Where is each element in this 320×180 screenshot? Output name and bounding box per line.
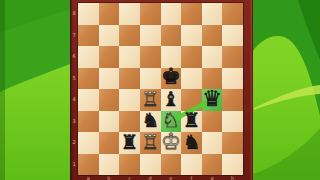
square-b6[interactable] xyxy=(99,46,120,68)
rank-labels: 87654321 xyxy=(71,3,77,175)
square-g1[interactable] xyxy=(202,154,223,176)
square-g8[interactable] xyxy=(202,3,223,25)
square-a5[interactable] xyxy=(78,68,99,90)
square-b3[interactable] xyxy=(99,111,120,133)
square-f7[interactable] xyxy=(181,25,202,47)
square-h2[interactable] xyxy=(222,132,243,154)
square-c4[interactable] xyxy=(119,89,140,111)
file-label-b: b xyxy=(99,175,120,180)
square-g6[interactable] xyxy=(202,46,223,68)
square-e7[interactable] xyxy=(161,25,182,47)
piece-black-rook: ♜ xyxy=(182,110,200,130)
square-h7[interactable] xyxy=(222,25,243,47)
square-h5[interactable] xyxy=(222,68,243,90)
square-g3[interactable] xyxy=(202,111,223,133)
square-f6[interactable] xyxy=(181,46,202,68)
square-d7[interactable] xyxy=(140,25,161,47)
piece-white-rook: ♖ xyxy=(141,132,159,152)
rank-label-3: 3 xyxy=(71,111,77,133)
square-a1[interactable] xyxy=(78,154,99,176)
square-h4[interactable] xyxy=(222,89,243,111)
chessboard-frame: 87654321 abcdefgh ♚♖♝♛♞♘♜♜♖♔♞ xyxy=(70,0,253,180)
rank-label-4: 4 xyxy=(71,89,77,111)
square-b1[interactable] xyxy=(99,154,120,176)
square-g7[interactable] xyxy=(202,25,223,47)
square-f3[interactable]: ♜ xyxy=(181,111,202,133)
square-d1[interactable] xyxy=(140,154,161,176)
square-b2[interactable] xyxy=(99,132,120,154)
rank-label-1: 1 xyxy=(71,154,77,176)
square-c8[interactable] xyxy=(119,3,140,25)
rank-label-6: 6 xyxy=(71,46,77,68)
file-label-d: d xyxy=(140,175,161,180)
file-label-a: a xyxy=(78,175,99,180)
square-d5[interactable] xyxy=(140,68,161,90)
square-a4[interactable] xyxy=(78,89,99,111)
square-f8[interactable] xyxy=(181,3,202,25)
square-b4[interactable] xyxy=(99,89,120,111)
file-label-c: c xyxy=(119,175,140,180)
square-f2[interactable]: ♞ xyxy=(181,132,202,154)
rank-label-7: 7 xyxy=(71,25,77,47)
piece-white-king: ♔ xyxy=(161,131,181,153)
square-c5[interactable] xyxy=(119,68,140,90)
square-e8[interactable] xyxy=(161,3,182,25)
rank-label-8: 8 xyxy=(71,3,77,25)
piece-black-knight: ♞ xyxy=(141,110,159,130)
square-e5[interactable]: ♚ xyxy=(161,68,182,90)
square-b8[interactable] xyxy=(99,3,120,25)
file-label-h: h xyxy=(222,175,243,180)
file-label-f: f xyxy=(181,175,202,180)
square-b5[interactable] xyxy=(99,68,120,90)
chessboard[interactable]: ♚♖♝♛♞♘♜♜♖♔♞ xyxy=(78,3,243,175)
square-a6[interactable] xyxy=(78,46,99,68)
piece-black-rook: ♜ xyxy=(121,132,139,152)
square-a2[interactable] xyxy=(78,132,99,154)
piece-black-knight: ♞ xyxy=(182,132,200,152)
piece-white-rook: ♖ xyxy=(141,89,159,109)
square-e2[interactable]: ♔ xyxy=(161,132,182,154)
file-label-e: e xyxy=(161,175,182,180)
square-g2[interactable] xyxy=(202,132,223,154)
file-label-g: g xyxy=(202,175,223,180)
square-f1[interactable] xyxy=(181,154,202,176)
square-c7[interactable] xyxy=(119,25,140,47)
square-g4[interactable]: ♛ xyxy=(202,89,223,111)
square-c6[interactable] xyxy=(119,46,140,68)
square-a3[interactable] xyxy=(78,111,99,133)
square-h8[interactable] xyxy=(222,3,243,25)
file-labels: abcdefgh xyxy=(78,175,243,180)
square-d8[interactable] xyxy=(140,3,161,25)
square-h3[interactable] xyxy=(222,111,243,133)
rank-label-2: 2 xyxy=(71,132,77,154)
piece-white-knight: ♘ xyxy=(162,110,180,130)
piece-black-queen: ♛ xyxy=(202,88,222,110)
square-a7[interactable] xyxy=(78,25,99,47)
video-frame: 87654321 abcdefgh ♚♖♝♛♞♘♜♜♖♔♞ xyxy=(0,0,320,180)
square-b7[interactable] xyxy=(99,25,120,47)
square-h6[interactable] xyxy=(222,46,243,68)
square-e1[interactable] xyxy=(161,154,182,176)
piece-black-bishop: ♝ xyxy=(162,89,180,109)
square-c2[interactable]: ♜ xyxy=(119,132,140,154)
square-f5[interactable] xyxy=(181,68,202,90)
bg-left-vignette xyxy=(0,0,5,180)
square-c3[interactable] xyxy=(119,111,140,133)
square-d6[interactable] xyxy=(140,46,161,68)
piece-black-king: ♚ xyxy=(161,66,181,88)
square-a8[interactable] xyxy=(78,3,99,25)
square-d2[interactable]: ♖ xyxy=(140,132,161,154)
rank-label-5: 5 xyxy=(71,68,77,90)
square-c1[interactable] xyxy=(119,154,140,176)
square-h1[interactable] xyxy=(222,154,243,176)
square-d3[interactable]: ♞ xyxy=(140,111,161,133)
